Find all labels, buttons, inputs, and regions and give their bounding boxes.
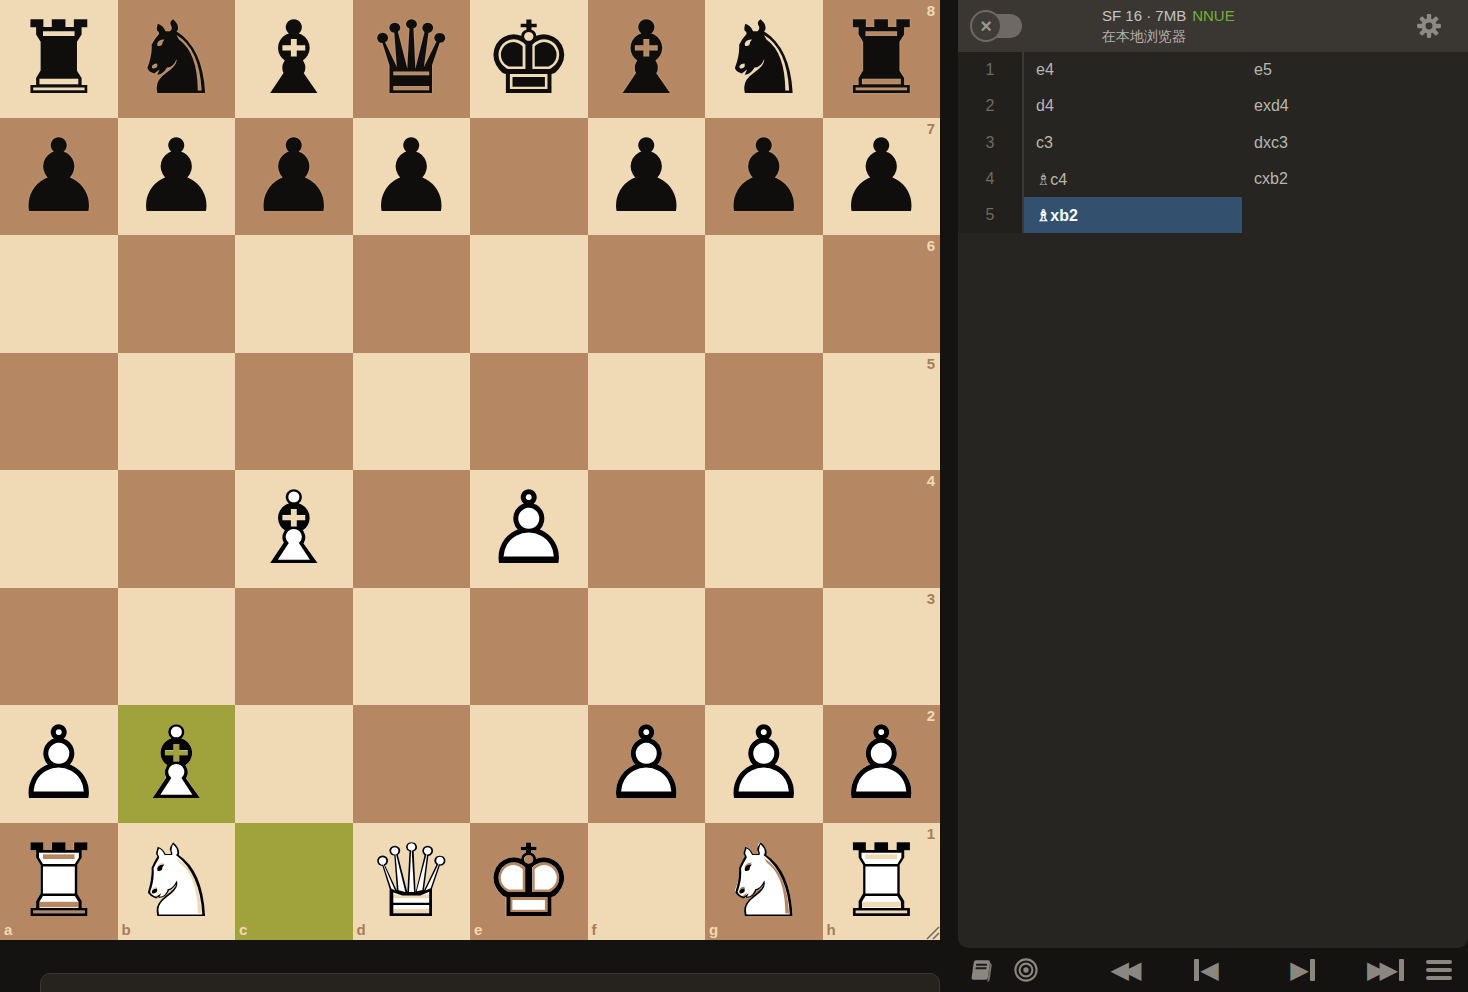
square-f3[interactable] <box>588 588 706 706</box>
square-a4[interactable] <box>0 470 118 588</box>
square-a2[interactable]: ♟♙ <box>0 705 118 823</box>
square-c6[interactable] <box>235 235 353 353</box>
move-number-5: 5 <box>958 197 1024 233</box>
piece-white-rook-a1[interactable]: ♜♖ <box>0 823 118 941</box>
piece-white-rook-h1[interactable]: ♜♖ <box>823 823 941 941</box>
square-f4[interactable] <box>588 470 706 588</box>
rank-label-3: 3 <box>927 590 935 607</box>
piece-black-pawn-d7[interactable]: ♟ <box>353 118 471 236</box>
move-1-black[interactable]: e5 <box>1242 52 1468 88</box>
square-a7[interactable]: ♟ <box>0 118 118 236</box>
bar-icon <box>1310 959 1315 981</box>
move-5-black <box>1242 197 1468 233</box>
right-triangle-icon: ▶ <box>1290 958 1308 982</box>
piece-white-pawn-e4[interactable]: ♟♙ <box>470 470 588 588</box>
square-c2[interactable] <box>235 705 353 823</box>
square-e1[interactable]: ♚♔e <box>470 823 588 941</box>
square-b1[interactable]: ♞♘b <box>118 823 236 941</box>
square-f6[interactable] <box>588 235 706 353</box>
move-row-1: 1e4e5 <box>958 52 1468 88</box>
first-move-button[interactable]: ◀◀ <box>1106 948 1146 992</box>
analysis-panel: × SF 16 · 7MBNNUE 在本地浏览器 1e4e52d4exd43c3… <box>958 0 1468 992</box>
piece-white-pawn-g2[interactable]: ♟♙ <box>705 705 823 823</box>
engine-header: × SF 16 · 7MBNNUE 在本地浏览器 <box>958 0 1468 52</box>
piece-white-queen-d1[interactable]: ♛♕ <box>353 823 471 941</box>
square-a8[interactable]: ♜ <box>0 0 118 118</box>
square-f7[interactable]: ♟ <box>588 118 706 236</box>
square-g7[interactable]: ♟ <box>705 118 823 236</box>
rank-label-4: 4 <box>927 472 935 489</box>
piece-white-pawn-f2[interactable]: ♟♙ <box>588 705 706 823</box>
move-number-1: 1 <box>958 52 1024 88</box>
engine-and-moves: × SF 16 · 7MBNNUE 在本地浏览器 1e4e52d4exd43c3… <box>958 0 1468 948</box>
square-e8[interactable]: ♚ <box>470 0 588 118</box>
square-b8[interactable]: ♞ <box>118 0 236 118</box>
bar-icon <box>1399 959 1404 981</box>
file-label-c: c <box>239 921 247 938</box>
square-b6[interactable] <box>118 235 236 353</box>
toggle-off-icon: × <box>980 16 992 36</box>
rank-label-6: 6 <box>927 237 935 254</box>
piece-black-rook-a8[interactable]: ♜ <box>0 0 118 118</box>
toggle-knob-off: × <box>970 10 1002 42</box>
engine-name: SF 16 · 7MBNNUE <box>1102 6 1235 26</box>
move-row-5: 5♗xb2 <box>958 197 1468 233</box>
square-e3[interactable] <box>470 588 588 706</box>
piece-black-pawn-f7[interactable]: ♟ <box>588 118 706 236</box>
square-g1[interactable]: ♞♘g <box>705 823 823 941</box>
engine-tech-badge: NNUE <box>1192 7 1235 24</box>
move-3-white[interactable]: c3 <box>1024 125 1242 161</box>
square-c3[interactable] <box>235 588 353 706</box>
square-d8[interactable]: ♛ <box>353 0 471 118</box>
practice-target-icon[interactable] <box>1011 948 1041 992</box>
piece-black-knight-b8[interactable]: ♞ <box>118 0 236 118</box>
square-d2[interactable] <box>353 705 471 823</box>
square-h3[interactable]: 3 <box>823 588 941 706</box>
piece-black-pawn-a7[interactable]: ♟ <box>0 118 118 236</box>
square-g3[interactable] <box>705 588 823 706</box>
square-h8[interactable]: ♜8 <box>823 0 941 118</box>
next-move-button[interactable]: ▶ <box>1287 948 1319 992</box>
square-f1[interactable]: f <box>588 823 706 941</box>
double-left-triangle-icon: ◀◀ <box>1111 958 1142 982</box>
square-b2[interactable]: ♝♗ <box>118 705 236 823</box>
engine-location: 在本地浏览器 <box>1102 26 1186 46</box>
move-3-black[interactable]: dxc3 <box>1242 125 1468 161</box>
square-g5[interactable] <box>705 353 823 471</box>
square-c5[interactable] <box>235 353 353 471</box>
move-4-white[interactable]: ♗c4 <box>1024 161 1242 197</box>
square-d1[interactable]: ♛♕d <box>353 823 471 941</box>
move-2-white[interactable]: d4 <box>1024 88 1242 124</box>
move-row-3: 3c3dxc3 <box>958 125 1468 161</box>
square-b5[interactable] <box>118 353 236 471</box>
square-e6[interactable] <box>470 235 588 353</box>
gear-icon[interactable] <box>1416 13 1442 39</box>
square-h1[interactable]: ♜♖1h <box>823 823 941 941</box>
move-input-box[interactable] <box>40 973 940 992</box>
piece-black-queen-d8[interactable]: ♛ <box>353 0 471 118</box>
square-h2[interactable]: ♟♙2 <box>823 705 941 823</box>
piece-black-king-e8[interactable]: ♚ <box>470 0 588 118</box>
move-list: 1e4e52d4exd43c3dxc34♗c4cxb25♗xb2 <box>958 52 1468 233</box>
square-e7[interactable] <box>470 118 588 236</box>
piece-black-pawn-g7[interactable]: ♟ <box>705 118 823 236</box>
square-g6[interactable] <box>705 235 823 353</box>
piece-white-bishop-c4[interactable]: ♝♗ <box>235 470 353 588</box>
bar-icon <box>1194 959 1199 981</box>
move-1-white[interactable]: e4 <box>1024 52 1242 88</box>
square-g8[interactable]: ♞ <box>705 0 823 118</box>
square-d3[interactable] <box>353 588 471 706</box>
piece-black-bishop-c8[interactable]: ♝ <box>235 0 353 118</box>
previous-move-button[interactable]: ◀ <box>1190 948 1222 992</box>
square-b3[interactable] <box>118 588 236 706</box>
move-row-4: 4♗c4cxb2 <box>958 161 1468 197</box>
square-e4[interactable]: ♟♙ <box>470 470 588 588</box>
move-4-black[interactable]: cxb2 <box>1242 161 1468 197</box>
piece-white-knight-g1[interactable]: ♞♘ <box>705 823 823 941</box>
square-c7[interactable]: ♟ <box>235 118 353 236</box>
piece-black-pawn-c7[interactable]: ♟ <box>235 118 353 236</box>
chess-board[interactable]: ♜♞♝♛♚♝♞♜8♟♟♟♟♟♟♟765♝♗♟♙43♟♙♝♗♟♙♟♙♟♙2♜♖a♞… <box>0 0 940 940</box>
move-5-white[interactable]: ♗xb2 <box>1024 197 1242 233</box>
square-h5[interactable]: 5 <box>823 353 941 471</box>
piece-white-pawn-a2[interactable]: ♟♙ <box>0 705 118 823</box>
square-c4[interactable]: ♝♗ <box>235 470 353 588</box>
piece-white-knight-b1[interactable]: ♞♘ <box>118 823 236 941</box>
square-f5[interactable] <box>588 353 706 471</box>
square-f8[interactable]: ♝ <box>588 0 706 118</box>
piece-black-pawn-h7[interactable]: ♟ <box>823 118 941 236</box>
move-number-4: 4 <box>958 161 1024 197</box>
square-a6[interactable] <box>0 235 118 353</box>
square-h7[interactable]: ♟7 <box>823 118 941 236</box>
move-number-3: 3 <box>958 125 1024 161</box>
square-c1[interactable]: c <box>235 823 353 941</box>
square-e2[interactable] <box>470 705 588 823</box>
piece-black-knight-g8[interactable]: ♞ <box>705 0 823 118</box>
square-b4[interactable] <box>118 470 236 588</box>
file-label-f: f <box>592 921 597 938</box>
menu-button[interactable] <box>1423 948 1455 992</box>
last-move-button[interactable]: ▶▶ <box>1364 948 1408 992</box>
engine-toggle[interactable]: × <box>970 11 1022 41</box>
rank-label-5: 5 <box>927 355 935 372</box>
square-d5[interactable] <box>353 353 471 471</box>
double-right-triangle-icon: ▶▶ <box>1367 958 1398 982</box>
square-d4[interactable] <box>353 470 471 588</box>
square-h6[interactable]: 6 <box>823 235 941 353</box>
move-number-2: 2 <box>958 88 1024 124</box>
square-a5[interactable] <box>0 353 118 471</box>
square-g2[interactable]: ♟♙ <box>705 705 823 823</box>
left-triangle-icon: ◀ <box>1200 958 1218 982</box>
opening-book-icon[interactable] <box>966 948 996 992</box>
square-b7[interactable]: ♟ <box>118 118 236 236</box>
analysis-toolbar: ◀◀ ◀ ▶ ▶▶ <box>958 948 1468 992</box>
square-c8[interactable]: ♝ <box>235 0 353 118</box>
square-e5[interactable] <box>470 353 588 471</box>
piece-black-bishop-f8[interactable]: ♝ <box>588 0 706 118</box>
piece-white-bishop-b2[interactable]: ♝♗ <box>118 705 236 823</box>
square-g4[interactable] <box>705 470 823 588</box>
square-h4[interactable]: 4 <box>823 470 941 588</box>
move-row-2: 2d4exd4 <box>958 88 1468 124</box>
board-resize-handle[interactable] <box>924 924 940 940</box>
square-a3[interactable] <box>0 588 118 706</box>
hamburger-menu-icon <box>1426 960 1452 980</box>
piece-black-rook-h8[interactable]: ♜ <box>823 0 941 118</box>
square-f2[interactable]: ♟♙ <box>588 705 706 823</box>
square-d6[interactable] <box>353 235 471 353</box>
piece-black-pawn-b7[interactable]: ♟ <box>118 118 236 236</box>
square-d7[interactable]: ♟ <box>353 118 471 236</box>
piece-white-pawn-h2[interactable]: ♟♙ <box>823 705 941 823</box>
square-a1[interactable]: ♜♖a <box>0 823 118 941</box>
move-2-black[interactable]: exd4 <box>1242 88 1468 124</box>
piece-white-king-e1[interactable]: ♚♔ <box>470 823 588 941</box>
